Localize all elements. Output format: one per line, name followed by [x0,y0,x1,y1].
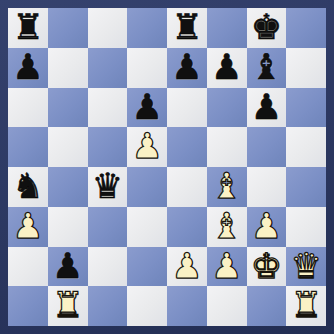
square-c3[interactable] [88,207,128,247]
square-d3[interactable] [127,207,167,247]
square-d2[interactable] [127,247,167,287]
square-h7[interactable] [286,48,326,88]
square-f3[interactable]: ♝ [207,207,247,247]
square-f7[interactable]: ♟ [207,48,247,88]
piece-black-pawn[interactable]: ♟ [171,48,202,88]
square-b3[interactable] [48,207,88,247]
square-d7[interactable] [127,48,167,88]
chess-board: ♜♜♚♟♟♟♝♟♟♟♞♛♝♟♝♟♟♟♟♚♛♜♜ [8,8,326,326]
piece-black-pawn[interactable]: ♟ [12,48,43,88]
square-g8[interactable]: ♚ [247,8,287,48]
piece-white-pawn[interactable]: ♟ [12,207,43,247]
square-c8[interactable] [88,8,128,48]
piece-white-pawn[interactable]: ♟ [131,127,162,167]
square-a4[interactable]: ♞ [8,167,48,207]
square-f8[interactable] [207,8,247,48]
piece-black-rook[interactable]: ♜ [12,8,43,48]
square-g5[interactable] [247,127,287,167]
square-h6[interactable] [286,88,326,128]
square-c6[interactable] [88,88,128,128]
piece-black-pawn[interactable]: ♟ [131,88,162,128]
square-a5[interactable] [8,127,48,167]
square-d6[interactable]: ♟ [127,88,167,128]
square-g1[interactable] [247,286,287,326]
piece-white-bishop[interactable]: ♝ [211,207,242,247]
square-c5[interactable] [88,127,128,167]
square-f1[interactable] [207,286,247,326]
piece-white-rook[interactable]: ♜ [290,286,321,326]
piece-black-king[interactable]: ♚ [251,8,282,48]
square-b4[interactable] [48,167,88,207]
square-d8[interactable] [127,8,167,48]
square-h1[interactable]: ♜ [286,286,326,326]
piece-white-queen[interactable]: ♛ [290,247,321,287]
square-h5[interactable] [286,127,326,167]
piece-black-queen[interactable]: ♛ [92,167,123,207]
square-g7[interactable]: ♝ [247,48,287,88]
square-g6[interactable]: ♟ [247,88,287,128]
square-b2[interactable]: ♟ [48,247,88,287]
square-a3[interactable]: ♟ [8,207,48,247]
square-c1[interactable] [88,286,128,326]
square-a7[interactable]: ♟ [8,48,48,88]
square-h8[interactable] [286,8,326,48]
piece-white-pawn[interactable]: ♟ [211,247,242,287]
square-d1[interactable] [127,286,167,326]
piece-black-pawn[interactable]: ♟ [211,48,242,88]
square-e6[interactable] [167,88,207,128]
square-b1[interactable]: ♜ [48,286,88,326]
square-b7[interactable] [48,48,88,88]
square-b6[interactable] [48,88,88,128]
square-e4[interactable] [167,167,207,207]
square-h2[interactable]: ♛ [286,247,326,287]
piece-white-pawn[interactable]: ♟ [171,247,202,287]
piece-black-pawn[interactable]: ♟ [52,247,83,287]
piece-black-knight[interactable]: ♞ [12,167,43,207]
piece-black-rook[interactable]: ♜ [171,8,202,48]
square-a1[interactable] [8,286,48,326]
square-h4[interactable] [286,167,326,207]
square-g4[interactable] [247,167,287,207]
square-c4[interactable]: ♛ [88,167,128,207]
square-e1[interactable] [167,286,207,326]
square-g3[interactable]: ♟ [247,207,287,247]
piece-white-king[interactable]: ♚ [251,247,282,287]
square-f5[interactable] [207,127,247,167]
square-f2[interactable]: ♟ [207,247,247,287]
piece-black-bishop[interactable]: ♝ [251,48,282,88]
square-e8[interactable]: ♜ [167,8,207,48]
square-a6[interactable] [8,88,48,128]
piece-white-pawn[interactable]: ♟ [251,207,282,247]
square-d5[interactable]: ♟ [127,127,167,167]
square-f6[interactable] [207,88,247,128]
square-b5[interactable] [48,127,88,167]
square-c7[interactable] [88,48,128,88]
square-a2[interactable] [8,247,48,287]
piece-black-pawn[interactable]: ♟ [251,88,282,128]
square-e3[interactable] [167,207,207,247]
square-f4[interactable]: ♝ [207,167,247,207]
chess-board-frame: ♜♜♚♟♟♟♝♟♟♟♞♛♝♟♝♟♟♟♟♚♛♜♜ [0,0,334,334]
piece-white-bishop[interactable]: ♝ [211,167,242,207]
square-a8[interactable]: ♜ [8,8,48,48]
square-b8[interactable] [48,8,88,48]
square-e7[interactable]: ♟ [167,48,207,88]
square-e5[interactable] [167,127,207,167]
square-g2[interactable]: ♚ [247,247,287,287]
square-e2[interactable]: ♟ [167,247,207,287]
square-h3[interactable] [286,207,326,247]
square-c2[interactable] [88,247,128,287]
piece-white-rook[interactable]: ♜ [52,286,83,326]
square-d4[interactable] [127,167,167,207]
